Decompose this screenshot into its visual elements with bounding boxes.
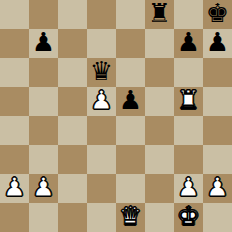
square-h2[interactable]: ♟ (203, 174, 232, 203)
white-queen[interactable]: ♛ (119, 203, 142, 231)
white-pawn[interactable]: ♟ (177, 174, 200, 202)
square-b4[interactable] (29, 116, 58, 145)
square-e5[interactable]: ♟ (116, 87, 145, 116)
square-b3[interactable] (29, 145, 58, 174)
square-e1[interactable]: ♛ (116, 203, 145, 232)
white-rook[interactable]: ♜ (177, 87, 200, 115)
square-b5[interactable] (29, 87, 58, 116)
white-pawn[interactable]: ♟ (206, 174, 229, 202)
square-c8[interactable] (58, 0, 87, 29)
square-e3[interactable] (116, 145, 145, 174)
black-king[interactable]: ♚ (206, 0, 229, 28)
square-d4[interactable] (87, 116, 116, 145)
square-g1[interactable]: ♚ (174, 203, 203, 232)
square-g5[interactable]: ♜ (174, 87, 203, 116)
black-queen[interactable]: ♛ (90, 58, 113, 86)
square-h3[interactable] (203, 145, 232, 174)
square-h8[interactable]: ♚ (203, 0, 232, 29)
square-a7[interactable] (0, 29, 29, 58)
square-c3[interactable] (58, 145, 87, 174)
square-a5[interactable] (0, 87, 29, 116)
black-pawn[interactable]: ♟ (206, 29, 229, 57)
square-a2[interactable]: ♟ (0, 174, 29, 203)
white-pawn[interactable]: ♟ (90, 87, 113, 115)
square-h1[interactable] (203, 203, 232, 232)
square-h7[interactable]: ♟ (203, 29, 232, 58)
square-g3[interactable] (174, 145, 203, 174)
square-d2[interactable] (87, 174, 116, 203)
square-f8[interactable]: ♜ (145, 0, 174, 29)
square-c5[interactable] (58, 87, 87, 116)
white-king[interactable]: ♚ (177, 203, 200, 231)
square-e4[interactable] (116, 116, 145, 145)
square-g6[interactable] (174, 58, 203, 87)
square-h5[interactable] (203, 87, 232, 116)
square-d7[interactable] (87, 29, 116, 58)
square-b7[interactable]: ♟ (29, 29, 58, 58)
square-h4[interactable] (203, 116, 232, 145)
black-pawn[interactable]: ♟ (32, 29, 55, 57)
square-b8[interactable] (29, 0, 58, 29)
square-d8[interactable] (87, 0, 116, 29)
square-c4[interactable] (58, 116, 87, 145)
square-f3[interactable] (145, 145, 174, 174)
square-e7[interactable] (116, 29, 145, 58)
square-g8[interactable] (174, 0, 203, 29)
square-e2[interactable] (116, 174, 145, 203)
square-g2[interactable]: ♟ (174, 174, 203, 203)
square-g4[interactable] (174, 116, 203, 145)
black-pawn[interactable]: ♟ (177, 29, 200, 57)
square-d1[interactable] (87, 203, 116, 232)
square-a6[interactable] (0, 58, 29, 87)
white-pawn[interactable]: ♟ (3, 174, 26, 202)
square-f2[interactable] (145, 174, 174, 203)
square-e8[interactable] (116, 0, 145, 29)
chess-board: ♜♚♟♟♟♛♟♟♜♟♟♟♟♛♚ (0, 0, 232, 232)
square-c2[interactable] (58, 174, 87, 203)
square-b1[interactable] (29, 203, 58, 232)
square-f7[interactable] (145, 29, 174, 58)
square-a1[interactable] (0, 203, 29, 232)
square-b2[interactable]: ♟ (29, 174, 58, 203)
square-a3[interactable] (0, 145, 29, 174)
square-c6[interactable] (58, 58, 87, 87)
square-d6[interactable]: ♛ (87, 58, 116, 87)
white-pawn[interactable]: ♟ (32, 174, 55, 202)
square-c7[interactable] (58, 29, 87, 58)
square-b6[interactable] (29, 58, 58, 87)
square-f6[interactable] (145, 58, 174, 87)
square-g7[interactable]: ♟ (174, 29, 203, 58)
square-d5[interactable]: ♟ (87, 87, 116, 116)
square-h6[interactable] (203, 58, 232, 87)
black-pawn[interactable]: ♟ (119, 87, 142, 115)
square-f4[interactable] (145, 116, 174, 145)
square-f1[interactable] (145, 203, 174, 232)
square-a8[interactable] (0, 0, 29, 29)
square-d3[interactable] (87, 145, 116, 174)
square-a4[interactable] (0, 116, 29, 145)
square-e6[interactable] (116, 58, 145, 87)
square-f5[interactable] (145, 87, 174, 116)
square-c1[interactable] (58, 203, 87, 232)
black-rook[interactable]: ♜ (148, 0, 171, 28)
